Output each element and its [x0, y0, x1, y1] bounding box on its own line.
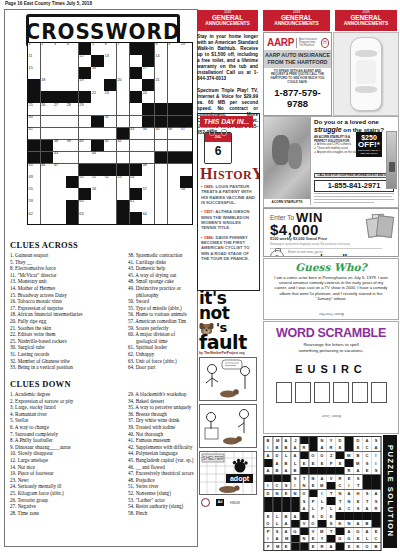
- grid-cell[interactable]: [168, 67, 180, 79]
- grid-cell[interactable]: [91, 79, 103, 91]
- grid-cell[interactable]: 50: [79, 176, 91, 188]
- grid-cell[interactable]: [66, 55, 78, 67]
- clue-item: 38. Spasmodic contraction: [128, 252, 195, 259]
- calendar-day: 6: [205, 142, 231, 161]
- scramble-instr-line2: something pertaining to vacations.: [264, 348, 398, 354]
- grid-cell[interactable]: 3: [53, 43, 65, 55]
- grid-cell[interactable]: 19: [79, 79, 91, 91]
- clue-item: 1. Academic degree: [10, 391, 124, 398]
- black-cell: [104, 79, 116, 91]
- this-day-in-title: THIS DAY IN...: [200, 116, 253, 127]
- guess-who-answer: Answer: Kevin Hart: [319, 312, 344, 316]
- clue-item: 61. Spiritual leader: [128, 344, 195, 351]
- solution-letter-cell: A: [363, 437, 372, 444]
- grid-cell[interactable]: [104, 212, 116, 224]
- solution-letter-cell: N: [309, 475, 318, 482]
- solution-letter-cell: R: [318, 543, 327, 550]
- grid-cell[interactable]: [142, 140, 154, 152]
- black-cell: [117, 200, 129, 212]
- acorn-stairlift-ad: ACORN STAIRLIFTS Do you or a loved one s…: [263, 116, 399, 208]
- grid-cell[interactable]: [155, 164, 167, 176]
- grid-cell[interactable]: 48: [142, 164, 154, 176]
- grid-cell[interactable]: 41: [104, 140, 116, 152]
- history-item: • 1957: ALTHEA GIBSON WINS THE WIMBLEDON…: [201, 209, 257, 230]
- grid-cell[interactable]: 13: [104, 55, 116, 67]
- comic-panel-1-art: [200, 358, 256, 400]
- solution-letter-cell: I: [264, 444, 273, 451]
- solution-black-cell: [264, 459, 273, 466]
- clue-number: 62: [29, 213, 33, 217]
- solution-black-cell: [273, 505, 282, 512]
- clue-number: 56: [92, 188, 96, 192]
- grid-cell[interactable]: 17: [142, 67, 154, 79]
- clue-number: 30: [29, 116, 33, 120]
- general-announcements-banner: 2033 GENERAL ANNOUNCEMENTS: [263, 10, 330, 31]
- black-cell: [168, 103, 180, 115]
- grid-cell[interactable]: [117, 103, 129, 115]
- clue-number: 45: [29, 164, 33, 168]
- solution-letter-cell: M: [318, 482, 327, 489]
- grid-cell[interactable]: [155, 67, 167, 79]
- solution-black-cell: [345, 437, 354, 444]
- check-icon: ✓: [314, 143, 317, 146]
- grid-cell[interactable]: 28: [66, 103, 78, 115]
- grid-cell[interactable]: 38: [53, 140, 65, 152]
- black-cell: [117, 128, 129, 140]
- black-cell: [130, 212, 142, 224]
- grid-cell[interactable]: [79, 128, 91, 140]
- clue-number: 57: [143, 188, 147, 192]
- solution-letter-cell: A: [282, 520, 291, 527]
- grid-cell[interactable]: [130, 79, 142, 91]
- grid-cell[interactable]: [41, 200, 53, 212]
- grid-cell[interactable]: [142, 200, 154, 212]
- grid-cell[interactable]: 5: [91, 43, 103, 55]
- grid-cell[interactable]: [41, 67, 53, 79]
- solution-letter-cell: B: [273, 467, 282, 474]
- clues-down-col1: 1. Academic degree2. Expression of sorro…: [10, 391, 124, 516]
- grid-cell[interactable]: [117, 55, 129, 67]
- history-word: HISTORY: [200, 167, 259, 182]
- clue-number: 20: [117, 79, 121, 83]
- clue-number: 5: [92, 43, 94, 47]
- grid-cell[interactable]: [155, 188, 167, 200]
- grid-cell[interactable]: [79, 152, 91, 164]
- clue-number: 53: [117, 176, 121, 180]
- solution-letter-cell: A: [372, 490, 381, 497]
- solution-letter-cell: E: [363, 467, 372, 474]
- solution-black-cell: [363, 482, 372, 489]
- scramble-letter-box[interactable]: [314, 382, 330, 403]
- hsus-logo: HSUS: [230, 501, 240, 505]
- grid-cell[interactable]: [168, 79, 180, 91]
- grid-cell[interactable]: 61: [130, 200, 142, 212]
- general-announcements-banner: 2033 GENERAL ANNOUNCEMENTS: [335, 10, 397, 31]
- grid-cell[interactable]: [155, 200, 167, 212]
- solution-letter-cell: M: [345, 452, 354, 459]
- grid-cell[interactable]: 36: [168, 128, 180, 140]
- solution-black-cell: [273, 475, 282, 482]
- scramble-letter-box[interactable]: [276, 382, 292, 403]
- solution-letter-cell: A: [354, 467, 363, 474]
- grid-cell[interactable]: 46: [41, 164, 53, 176]
- grid-cell[interactable]: 29: [79, 103, 91, 115]
- grid-cell[interactable]: 47: [53, 164, 65, 176]
- bag-icon: [376, 215, 394, 238]
- grid-cell[interactable]: [66, 79, 78, 91]
- scramble-letter-box[interactable]: [333, 382, 349, 403]
- grid-cell[interactable]: 18: [41, 79, 53, 91]
- grid-cell[interactable]: [180, 91, 192, 103]
- calendar-ring-icon: [209, 129, 215, 136]
- grid-cell[interactable]: 6: [104, 43, 116, 55]
- clue-item: 22. Editors write them: [10, 331, 124, 338]
- grid-cell[interactable]: 59: [28, 200, 40, 212]
- solution-letter-cell: S: [291, 475, 300, 482]
- grid-cell[interactable]: 49: [28, 176, 40, 188]
- grid-cell[interactable]: [155, 140, 167, 152]
- solution-letter-cell: O: [309, 520, 318, 527]
- solution-black-cell: [372, 475, 381, 482]
- grid-cell[interactable]: [41, 212, 53, 224]
- clue-number: 33: [130, 128, 134, 132]
- grid-cell[interactable]: 34: [142, 128, 154, 140]
- calendar-ring-icon: [221, 129, 227, 136]
- grid-cell[interactable]: [104, 103, 116, 115]
- clue-item: 43. Domestic help: [128, 265, 195, 272]
- announcement-line1: GENERAL: [197, 14, 258, 21]
- acorn-check-item: ✓ Anyone who struggles on the stairs: [314, 151, 360, 155]
- black-cell: [142, 103, 154, 115]
- clue-number: 27: [54, 104, 58, 108]
- grid-cell[interactable]: [53, 188, 65, 200]
- grid-cell[interactable]: [104, 152, 116, 164]
- grid-cell[interactable]: [117, 152, 129, 164]
- clue-number: 1: [29, 43, 31, 47]
- clue-item: 8. A Philly footballer: [10, 437, 124, 444]
- divider: [296, 38, 297, 48]
- scramble-letters: EUSIRC: [264, 363, 398, 375]
- black-cell: [91, 164, 103, 176]
- grid-cell[interactable]: [180, 140, 192, 152]
- guess-who-box: Guess Who? I am a comic actor born in Pe…: [263, 258, 399, 320]
- black-cell: [66, 200, 78, 212]
- announcement-line1: GENERAL: [263, 14, 330, 21]
- grid-cell[interactable]: [180, 79, 192, 91]
- grid-cell[interactable]: [53, 212, 65, 224]
- grid-cell[interactable]: [180, 67, 192, 79]
- grid-cell[interactable]: 16: [91, 67, 103, 79]
- grid-cell[interactable]: [168, 55, 180, 67]
- grid-cell[interactable]: [91, 200, 103, 212]
- grid-cell[interactable]: 54: [130, 176, 142, 188]
- solution-black-cell: [300, 467, 309, 474]
- clue-item: 48. Prejudice: [128, 477, 195, 484]
- grid-cell[interactable]: [104, 188, 116, 200]
- grid-cell[interactable]: [180, 164, 192, 176]
- solution-letter-cell: R: [300, 444, 309, 451]
- grid-cell[interactable]: [53, 200, 65, 212]
- crossword-feature-box: CROSSWORD 123456789101112131415161718192…: [4, 9, 198, 547]
- puzzle-solution-label-bar: PUZZLE SOLUTION: [383, 435, 397, 548]
- grid-cell[interactable]: [142, 176, 154, 188]
- grid-cell[interactable]: 23: [104, 91, 116, 103]
- solution-letter-cell: T: [354, 482, 363, 489]
- grid-cell[interactable]: 11: [28, 55, 40, 67]
- grid-cell[interactable]: 56: [91, 188, 103, 200]
- grid-cell[interactable]: [180, 55, 192, 67]
- grid-cell[interactable]: 52: [104, 176, 116, 188]
- clue-number: 10: [181, 43, 185, 47]
- grid-cell[interactable]: [130, 152, 142, 164]
- grid-cell[interactable]: 42: [117, 140, 129, 152]
- announcement-line2: ANNOUNCEMENTS: [263, 21, 330, 27]
- grid-cell[interactable]: [155, 176, 167, 188]
- grid-cell[interactable]: [180, 212, 192, 224]
- clue-item: 53. "Luther" actor: [128, 497, 195, 504]
- solution-letter-cell: D: [354, 437, 363, 444]
- solution-letter-cell: E: [372, 528, 381, 535]
- shelter-sign-text: SHELTER: [203, 456, 225, 461]
- solution-black-cell: [336, 543, 345, 550]
- grid-cell[interactable]: 20: [117, 79, 129, 91]
- clue-item: 59. Scores perfectly: [128, 325, 195, 332]
- clue-number: 61: [130, 200, 134, 204]
- clue-item: 51. Swiss river: [128, 483, 195, 490]
- scramble-letter-box[interactable]: [295, 382, 311, 403]
- grid-cell[interactable]: [66, 67, 78, 79]
- grid-cell[interactable]: [104, 67, 116, 79]
- grid-cell[interactable]: 44: [91, 152, 103, 164]
- grid-cell[interactable]: [104, 200, 116, 212]
- solution-letter-cell: S: [372, 467, 381, 474]
- grid-cell[interactable]: [117, 91, 129, 103]
- grid-cell[interactable]: [66, 128, 78, 140]
- clue-number: 2: [41, 43, 43, 47]
- offer-sub: THE PURCHASE OF A NEW STAIRLIFT: [356, 149, 382, 155]
- clue-number: 21: [155, 79, 159, 83]
- shopping-bags-icon: [365, 212, 395, 238]
- grid-cell[interactable]: [117, 116, 129, 128]
- grid-cell[interactable]: [168, 176, 180, 188]
- grid-cell[interactable]: [117, 67, 129, 79]
- grid-cell[interactable]: 43: [53, 152, 65, 164]
- clue-item: 5. Stellar: [10, 417, 124, 424]
- solution-letter-cell: I: [372, 452, 381, 459]
- grid-cell[interactable]: [168, 91, 180, 103]
- grid-cell[interactable]: [41, 188, 53, 200]
- scramble-letter-box[interactable]: [352, 382, 368, 403]
- grid-cell[interactable]: [53, 176, 65, 188]
- grid-cell[interactable]: [66, 152, 78, 164]
- clue-number: 38: [54, 140, 58, 144]
- clue-item: 35. A way to perceive uniquely: [128, 404, 195, 411]
- acorn-headline-em: struggle: [314, 126, 342, 133]
- grid-cell[interactable]: 62: [28, 212, 40, 224]
- clues-across-heading: CLUES ACROSS: [10, 240, 78, 250]
- grid-cell[interactable]: 27: [53, 103, 65, 115]
- solution-letter-cell: N: [318, 437, 327, 444]
- solution-letter-cell: L: [309, 505, 318, 512]
- grid-cell[interactable]: 1: [28, 43, 40, 55]
- solution-letter-cell: O: [318, 452, 327, 459]
- grid-cell[interactable]: 45: [28, 164, 40, 176]
- grid-cell[interactable]: [53, 116, 65, 128]
- solution-black-cell: [309, 437, 318, 444]
- grid-cell[interactable]: [53, 79, 65, 91]
- grid-cell[interactable]: [168, 164, 180, 176]
- solution-black-cell: [300, 513, 309, 520]
- solution-black-cell: [309, 444, 318, 451]
- solution-letter-cell: S: [309, 513, 318, 520]
- solution-letter-cell: L: [282, 452, 291, 459]
- grid-cell[interactable]: 64: [142, 212, 154, 224]
- grid-cell[interactable]: [53, 55, 65, 67]
- clue-item: 56. Home to various animals: [128, 311, 195, 318]
- black-cell: [79, 43, 91, 55]
- grid-cell[interactable]: 58: [180, 188, 192, 200]
- grid-cell[interactable]: [168, 140, 180, 152]
- solution-letter-cell: A: [327, 543, 336, 550]
- grid-cell[interactable]: 51: [91, 176, 103, 188]
- grid-cell[interactable]: [130, 103, 142, 115]
- clue-item: 31. Lasting records: [10, 351, 124, 358]
- clue-item: 25. Nashville-based rockers: [10, 338, 124, 345]
- clue-item: 29. A blacksmith's workshop: [128, 391, 195, 398]
- grid-cell[interactable]: [142, 152, 154, 164]
- grid-cell[interactable]: 24: [142, 91, 154, 103]
- clue-number: 15: [29, 67, 33, 71]
- solution-letter-cell: B: [282, 513, 291, 520]
- grid-cell[interactable]: [66, 164, 78, 176]
- grid-cell[interactable]: [53, 128, 65, 140]
- solution-letter-cell: B: [282, 444, 291, 451]
- grid-cell[interactable]: [91, 103, 103, 115]
- grid-cell[interactable]: 35: [155, 128, 167, 140]
- clue-number: 6: [105, 43, 107, 47]
- solution-letter-cell: S: [372, 437, 381, 444]
- solution-letter-cell: O: [264, 520, 273, 527]
- calendar-icon: JUL 6: [204, 132, 232, 164]
- solution-letter-cell: O: [300, 490, 309, 497]
- solution-letter-cell: E: [354, 497, 363, 504]
- clue-number: 16: [92, 67, 96, 71]
- solution-letter-cell: D: [336, 437, 345, 444]
- solution-letter-cell: T: [336, 497, 345, 504]
- black-cell: [91, 140, 103, 152]
- grid-cell[interactable]: [104, 128, 116, 140]
- grid-cell[interactable]: [130, 140, 142, 152]
- clues-down-heading: CLUES DOWN: [10, 379, 71, 389]
- grid-cell[interactable]: [155, 212, 167, 224]
- solution-letter-cell: S: [354, 475, 363, 482]
- grid-cell[interactable]: [41, 116, 53, 128]
- solution-letter-cell: E: [345, 543, 354, 550]
- grid-cell[interactable]: [117, 188, 129, 200]
- aarp-band: AARP AUTO INSURANCE FROM THE HARTFORD: [264, 50, 331, 68]
- guess-who-text: I am a comic actor born in Pennsylvania …: [272, 275, 390, 302]
- grid-cell[interactable]: 32: [28, 128, 40, 140]
- grid-cell[interactable]: 7: [117, 43, 129, 55]
- grid-cell[interactable]: [168, 188, 180, 200]
- solution-letter-cell: F: [264, 543, 273, 550]
- grid-cell[interactable]: 53: [117, 176, 129, 188]
- grid-cell[interactable]: 26: [41, 103, 53, 115]
- solution-letter-cell: C: [273, 482, 282, 489]
- clue-item: 36. Breeze through: [128, 411, 195, 418]
- solution-letter-cell: E: [309, 482, 318, 489]
- solution-letter-cell: P: [264, 528, 273, 535]
- grid-cell[interactable]: [168, 200, 180, 212]
- grid-cell[interactable]: 22: [91, 91, 103, 103]
- scramble-letter-box[interactable]: [371, 382, 387, 403]
- grid-cell[interactable]: 10: [180, 43, 192, 55]
- black-cell: [79, 91, 91, 103]
- grid-cell[interactable]: 33: [130, 128, 142, 140]
- grid-cell[interactable]: [180, 200, 192, 212]
- solution-letter-cell: S: [372, 497, 381, 504]
- grid-cell[interactable]: [168, 212, 180, 224]
- grid-cell[interactable]: 31: [104, 116, 116, 128]
- clue-item: 3. Large, stocky lizard: [10, 404, 124, 411]
- grid-cell[interactable]: [130, 55, 142, 67]
- grid-cell[interactable]: 63: [79, 212, 91, 224]
- grid-cell[interactable]: [66, 188, 78, 200]
- grid-cell[interactable]: 14: [155, 55, 167, 67]
- grid-cell[interactable]: 12: [79, 55, 91, 67]
- grid-cell[interactable]: 8: [155, 43, 167, 55]
- black-cell: [142, 79, 154, 91]
- grid-cell[interactable]: [41, 128, 53, 140]
- solution-letter-cell: A: [291, 452, 300, 459]
- grid-cell[interactable]: [130, 116, 142, 128]
- grid-cell[interactable]: 39: [66, 140, 78, 152]
- grid-cell[interactable]: 40: [79, 140, 91, 152]
- grid-cell[interactable]: [79, 116, 91, 128]
- solution-letter-cell: E: [354, 535, 363, 542]
- grid-cell[interactable]: 30: [28, 116, 40, 128]
- grid-cell[interactable]: 60: [79, 200, 91, 212]
- clue-item: 7. Surround completely: [10, 431, 124, 438]
- grid-cell[interactable]: [41, 176, 53, 188]
- grid-cell[interactable]: [91, 128, 103, 140]
- grid-cell[interactable]: 2: [41, 43, 53, 55]
- grid-cell[interactable]: [91, 212, 103, 224]
- grid-cell[interactable]: [155, 91, 167, 103]
- grid-cell[interactable]: [66, 116, 78, 128]
- black-cell: [66, 212, 78, 224]
- grid-cell[interactable]: 57: [142, 188, 154, 200]
- grid-cell[interactable]: 4: [66, 43, 78, 55]
- grid-cell[interactable]: 37: [180, 128, 192, 140]
- grid-cell[interactable]: [41, 55, 53, 67]
- solution-letter-cell: I: [291, 482, 300, 489]
- grid-cell[interactable]: 21: [155, 79, 167, 91]
- grid-cell[interactable]: [53, 67, 65, 79]
- clue-item: 4. Romanian river: [10, 411, 124, 418]
- grid-cell[interactable]: 55: [28, 188, 40, 200]
- grid-cell[interactable]: 9: [168, 43, 180, 55]
- clue-item: 57. American comedian Tim: [128, 318, 195, 325]
- clue-item: 20. Fully ripe egg: [10, 318, 124, 325]
- clue-item: 19. Piece of footwear: [10, 470, 124, 477]
- clue-item: 9. Dinosaur shuang____aurus: [10, 444, 124, 451]
- solution-letter-cell: C: [363, 444, 372, 451]
- clue-item: 12. Large antelope: [10, 457, 124, 464]
- pulse-footer: $ Enter to win now, go to: www.pulsepoll…: [270, 250, 398, 258]
- grid-cell[interactable]: 15: [28, 67, 40, 79]
- grid-cell[interactable]: 25: [28, 103, 40, 115]
